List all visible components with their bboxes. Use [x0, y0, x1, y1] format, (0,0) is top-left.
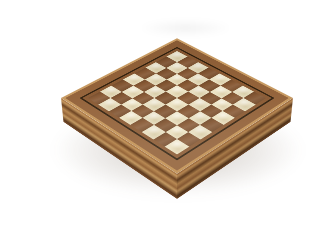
- square-d3: [143, 98, 166, 111]
- square-d2: [131, 104, 154, 117]
- square-b1: [98, 98, 121, 111]
- square-h5: [212, 111, 235, 125]
- square-g1: [153, 132, 177, 147]
- square-g4: [189, 111, 212, 125]
- square-e3: [154, 104, 177, 117]
- square-g2: [165, 125, 189, 139]
- square-f1: [142, 125, 166, 139]
- perspective-scene: [0, 0, 330, 237]
- chess-board: [61, 38, 293, 173]
- square-h1: [165, 139, 189, 154]
- square-h7: [233, 98, 256, 111]
- square-e1: [130, 118, 153, 132]
- square-c1: [109, 104, 132, 117]
- square-g3: [177, 118, 200, 132]
- square-g6: [211, 98, 234, 111]
- board-top-face: [61, 38, 293, 173]
- product-photo: [0, 0, 330, 237]
- square-e2: [142, 111, 165, 125]
- square-f3: [165, 111, 188, 125]
- square-h6: [223, 104, 246, 117]
- square-f4: [177, 104, 200, 117]
- square-h3: [189, 125, 213, 139]
- square-c2: [121, 98, 144, 111]
- square-f5: [188, 98, 211, 111]
- square-g5: [200, 104, 223, 117]
- square-e4: [166, 98, 189, 111]
- square-f2: [154, 118, 177, 132]
- square-h4: [200, 118, 223, 132]
- square-d1: [119, 111, 142, 125]
- square-h2: [177, 132, 201, 147]
